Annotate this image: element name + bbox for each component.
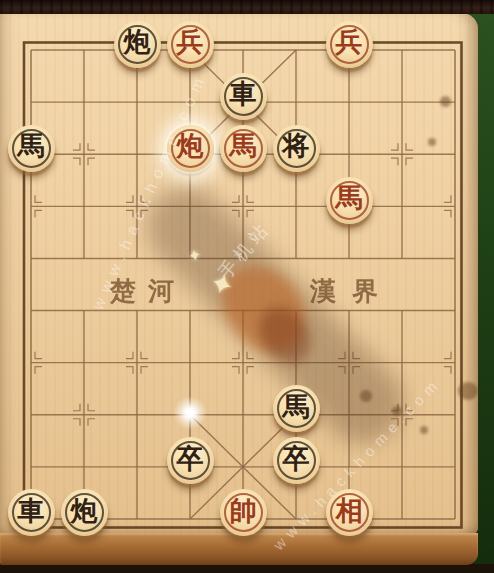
piece-glyph: 相 — [336, 498, 363, 525]
red-elephant-piece[interactable]: 相 — [326, 489, 373, 536]
move-origin-sparkle: ✦ — [173, 396, 207, 430]
xiangqi-game-screen: 楚河 漢界 ✦ ✦ 炮兵兵車馬炮馬将馬馬卒卒車炮帥相 ✦ www.hackhom… — [0, 0, 494, 573]
red-horse-piece[interactable]: 馬 — [326, 177, 373, 224]
ink-splatter — [392, 406, 402, 416]
piece-glyph: 車 — [18, 498, 45, 525]
black-soldier-piece[interactable]: 卒 — [167, 437, 214, 484]
black-chariot-piece[interactable]: 車 — [8, 489, 55, 536]
black-cannon-piece[interactable]: 炮 — [61, 489, 108, 536]
ink-splatter — [428, 138, 436, 146]
piece-glyph: 卒 — [177, 446, 204, 473]
piece-glyph: 炮 — [177, 133, 204, 160]
piece-glyph: 馬 — [230, 133, 257, 160]
piece-glyph: 車 — [230, 81, 257, 108]
piece-glyph: 兵 — [177, 29, 204, 56]
piece-glyph: 馬 — [283, 394, 310, 421]
piece-glyph: 卒 — [283, 446, 310, 473]
piece-glyph: 将 — [283, 133, 310, 160]
board-front-edge — [0, 533, 478, 565]
ink-splatter — [360, 390, 372, 402]
red-cannon-piece[interactable]: 炮 — [167, 125, 214, 172]
river-label-left: 楚河 — [110, 274, 186, 309]
black-general-piece[interactable]: 将 — [273, 125, 320, 172]
red-soldier-piece[interactable]: 兵 — [167, 21, 214, 68]
piece-glyph: 炮 — [124, 29, 151, 56]
ink-splatter — [420, 426, 428, 434]
top-wood-frame — [0, 0, 494, 14]
piece-glyph: 炮 — [71, 498, 98, 525]
piece-glyph: 馬 — [336, 185, 363, 212]
piece-glyph: 帥 — [230, 498, 257, 525]
black-soldier-piece[interactable]: 卒 — [273, 437, 320, 484]
black-chariot-piece[interactable]: 車 — [220, 73, 267, 120]
red-general-piece[interactable]: 帥 — [220, 489, 267, 536]
piece-glyph: 兵 — [336, 29, 363, 56]
black-cannon-piece[interactable]: 炮 — [114, 21, 161, 68]
river-label-right: 漢界 — [310, 274, 394, 309]
ink-splatter — [458, 382, 478, 400]
sparkle-star-icon: ✦ — [183, 403, 197, 423]
black-horse-piece[interactable]: 馬 — [273, 385, 320, 432]
black-horse-piece[interactable]: 馬 — [8, 125, 55, 172]
red-soldier-piece[interactable]: 兵 — [326, 21, 373, 68]
ink-splatter — [440, 96, 451, 107]
red-horse-piece[interactable]: 馬 — [220, 125, 267, 172]
board-bottom-shadow — [0, 564, 494, 573]
piece-glyph: 馬 — [18, 133, 45, 160]
